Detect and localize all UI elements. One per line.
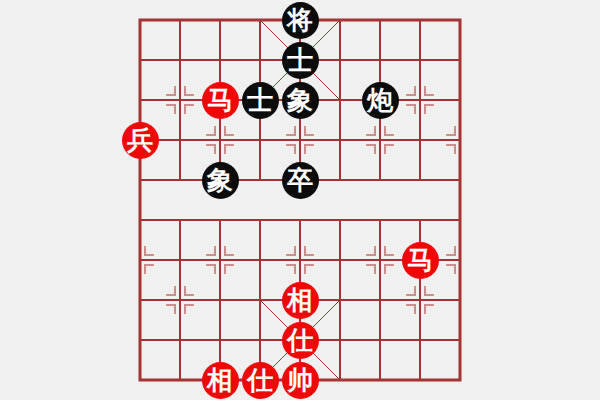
pieces-layer: 将士马士象炮兵象卒马相仕相仕帅 — [0, 0, 600, 400]
piece-red-advisor[interactable]: 仕 — [282, 322, 319, 359]
piece-red-horse[interactable]: 马 — [202, 82, 239, 119]
piece-black-cannon[interactable]: 炮 — [362, 82, 399, 119]
piece-red-soldier[interactable]: 兵 — [122, 122, 159, 159]
piece-red-elephant[interactable]: 相 — [282, 282, 319, 319]
piece-red-advisor[interactable]: 仕 — [242, 362, 279, 399]
piece-red-horse[interactable]: 马 — [402, 242, 439, 279]
piece-black-soldier[interactable]: 卒 — [282, 162, 319, 199]
piece-black-elephant[interactable]: 象 — [202, 162, 239, 199]
piece-black-advisor[interactable]: 士 — [242, 82, 279, 119]
xiangqi-board-area: 将士马士象炮兵象卒马相仕相仕帅 — [0, 0, 600, 400]
piece-black-advisor[interactable]: 士 — [282, 42, 319, 79]
piece-black-general[interactable]: 将 — [282, 2, 319, 39]
piece-red-general[interactable]: 帅 — [282, 362, 319, 399]
piece-red-elephant[interactable]: 相 — [202, 362, 239, 399]
piece-black-elephant[interactable]: 象 — [282, 82, 319, 119]
